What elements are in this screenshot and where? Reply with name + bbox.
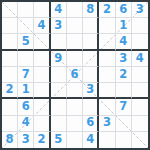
cell-r8c5[interactable] xyxy=(67,116,83,132)
cell-r6c4[interactable] xyxy=(51,83,67,99)
cell-r7c6[interactable] xyxy=(83,99,99,115)
cell-r2c2[interactable] xyxy=(18,18,34,34)
cell-r9c2[interactable]: 3 xyxy=(18,132,34,148)
cell-r1c1[interactable] xyxy=(2,2,18,18)
cell-r1c3[interactable] xyxy=(34,2,50,18)
cell-r8c9[interactable] xyxy=(132,116,148,132)
cell-r6c3[interactable] xyxy=(34,83,50,99)
cell-r3c9[interactable] xyxy=(132,34,148,50)
cell-r8c8[interactable] xyxy=(116,116,132,132)
cell-r1c2[interactable] xyxy=(18,2,34,18)
cell-r7c4[interactable] xyxy=(51,99,67,115)
sudoku-board: 48263431549347622136746383254 xyxy=(0,0,150,150)
cell-r5c1[interactable] xyxy=(2,67,18,83)
cell-r6c9[interactable] xyxy=(132,83,148,99)
cell-r3c7[interactable] xyxy=(99,34,115,50)
cell-r6c1[interactable]: 2 xyxy=(2,83,18,99)
cell-r2c8[interactable]: 1 xyxy=(116,18,132,34)
cell-r1c4[interactable]: 4 xyxy=(51,2,67,18)
cell-r1c6[interactable]: 8 xyxy=(83,2,99,18)
cell-r3c8[interactable]: 4 xyxy=(116,34,132,50)
cell-r6c2[interactable]: 1 xyxy=(18,83,34,99)
cell-r7c2[interactable]: 6 xyxy=(18,99,34,115)
cell-r9c3[interactable]: 2 xyxy=(34,132,50,148)
cell-r2c6[interactable] xyxy=(83,18,99,34)
cell-r3c6[interactable] xyxy=(83,34,99,50)
cell-r2c7[interactable] xyxy=(99,18,115,34)
cell-r6c6[interactable]: 3 xyxy=(83,83,99,99)
cell-r4c8[interactable]: 3 xyxy=(116,51,132,67)
cell-r5c8[interactable]: 2 xyxy=(116,67,132,83)
cell-r6c7[interactable] xyxy=(99,83,115,99)
cell-r5c9[interactable] xyxy=(132,67,148,83)
cell-r4c9[interactable]: 4 xyxy=(132,51,148,67)
cell-r3c2[interactable]: 5 xyxy=(18,34,34,50)
cell-r2c3[interactable]: 4 xyxy=(34,18,50,34)
cell-r4c6[interactable] xyxy=(83,51,99,67)
cell-r2c4[interactable]: 3 xyxy=(51,18,67,34)
cell-r4c2[interactable] xyxy=(18,51,34,67)
cell-r2c5[interactable] xyxy=(67,18,83,34)
cell-r9c4[interactable]: 5 xyxy=(51,132,67,148)
cell-r5c3[interactable] xyxy=(34,67,50,83)
cell-r9c8[interactable] xyxy=(116,132,132,148)
cell-r7c5[interactable] xyxy=(67,99,83,115)
cell-r1c7[interactable]: 2 xyxy=(99,2,115,18)
cell-r8c3[interactable] xyxy=(34,116,50,132)
cell-r1c8[interactable]: 6 xyxy=(116,2,132,18)
sudoku-app: 48263431549347622136746383254 xyxy=(0,0,150,150)
cell-r2c9[interactable] xyxy=(132,18,148,34)
cell-r5c4[interactable] xyxy=(51,67,67,83)
cell-r5c2[interactable]: 7 xyxy=(18,67,34,83)
cell-r3c5[interactable] xyxy=(67,34,83,50)
cell-r3c4[interactable] xyxy=(51,34,67,50)
cell-r8c1[interactable] xyxy=(2,116,18,132)
cell-r4c7[interactable] xyxy=(99,51,115,67)
cell-r9c6[interactable]: 4 xyxy=(83,132,99,148)
cell-r6c5[interactable] xyxy=(67,83,83,99)
cell-r9c1[interactable]: 8 xyxy=(2,132,18,148)
cell-r9c7[interactable] xyxy=(99,132,115,148)
cell-r8c7[interactable]: 3 xyxy=(99,116,115,132)
cell-r6c8[interactable] xyxy=(116,83,132,99)
cell-r7c3[interactable] xyxy=(34,99,50,115)
cell-r9c9[interactable] xyxy=(132,132,148,148)
cell-r3c1[interactable] xyxy=(2,34,18,50)
cell-r8c4[interactable] xyxy=(51,116,67,132)
cell-r5c6[interactable] xyxy=(83,67,99,83)
cell-r8c6[interactable]: 6 xyxy=(83,116,99,132)
cell-r7c8[interactable]: 7 xyxy=(116,99,132,115)
cell-r1c5[interactable] xyxy=(67,2,83,18)
cell-r3c3[interactable] xyxy=(34,34,50,50)
cell-r5c5[interactable]: 6 xyxy=(67,67,83,83)
cell-r9c5[interactable] xyxy=(67,132,83,148)
cell-r4c3[interactable] xyxy=(34,51,50,67)
cell-r7c7[interactable] xyxy=(99,99,115,115)
cell-r1c9[interactable]: 3 xyxy=(132,2,148,18)
cell-r5c7[interactable] xyxy=(99,67,115,83)
cell-r4c4[interactable]: 9 xyxy=(51,51,67,67)
cell-r2c1[interactable] xyxy=(2,18,18,34)
cell-r7c1[interactable] xyxy=(2,99,18,115)
cell-r4c1[interactable] xyxy=(2,51,18,67)
cell-r8c2[interactable]: 4 xyxy=(18,116,34,132)
cell-r4c5[interactable] xyxy=(67,51,83,67)
cell-r7c9[interactable] xyxy=(132,99,148,115)
